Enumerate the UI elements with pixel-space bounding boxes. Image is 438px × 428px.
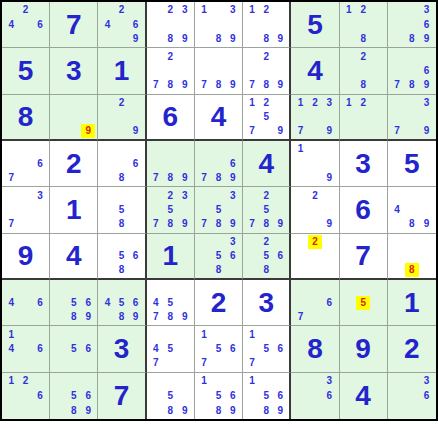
candidate-digit: 2	[23, 5, 29, 15]
candidate-digit: 6	[37, 391, 43, 401]
candidate-digit: 9	[230, 173, 236, 183]
cell-r2c3[interactable]: 1	[98, 48, 146, 94]
candidate-grid: 67	[293, 281, 336, 324]
candidate-grid: 2389	[149, 3, 192, 46]
candidate-digit: 3	[37, 191, 43, 201]
candidate-digit: 8	[167, 312, 173, 322]
cell-r1c3[interactable]: 2469	[98, 2, 146, 48]
cell-r3c6[interactable]: 12579	[243, 95, 291, 141]
cell-r7c1[interactable]: 46	[2, 280, 50, 326]
cell-r3c8[interactable]: 12	[340, 95, 388, 141]
cell-r4c1[interactable]: 67	[2, 141, 50, 187]
candidate-digit: 9	[230, 80, 236, 90]
candidate-digit: 7	[394, 126, 400, 136]
candidate-grid: 457	[149, 327, 192, 370]
candidate-digit: 6	[37, 298, 43, 308]
cell-r6c8[interactable]: 7	[340, 234, 388, 280]
candidate-grid: 12379	[293, 96, 336, 138]
cell-r7c7[interactable]: 67	[291, 280, 339, 326]
candidate-digit: 8	[263, 265, 269, 275]
cell-value: 2	[404, 335, 420, 363]
candidate-digit: 3	[230, 237, 236, 247]
candidate-digit: 9	[278, 406, 284, 416]
cell-r6c3[interactable]: 568	[98, 234, 146, 280]
candidate-grid: 589	[149, 374, 192, 418]
candidate-digit: 2	[167, 52, 173, 62]
cell-r6c2[interactable]: 4	[50, 234, 98, 280]
cell-value: 3	[258, 289, 274, 317]
candidate-grid: 29	[100, 96, 142, 138]
candidate-digit: 1	[201, 330, 207, 340]
cell-value: 8	[18, 103, 34, 131]
candidate-grid: 56	[52, 327, 95, 370]
candidate-digit: 1	[201, 5, 207, 15]
cell-r3c3[interactable]: 29	[98, 95, 146, 141]
candidate-digit: 6	[133, 20, 139, 30]
candidate-digit: 9	[424, 126, 430, 136]
candidate-digit: 7	[201, 358, 207, 368]
candidate-digit: 8	[167, 219, 173, 229]
candidate-digit: 6	[230, 159, 236, 169]
candidate-digit: 1	[346, 5, 352, 15]
candidate-grid: 29	[293, 188, 336, 231]
cell-r8c9[interactable]: 2	[388, 326, 436, 372]
cell-r8c7[interactable]: 8	[291, 326, 339, 372]
candidate-digit: 4	[105, 20, 111, 30]
cell-r2c2[interactable]: 3	[50, 48, 98, 94]
cell-value: 2	[211, 289, 227, 317]
cell-r3c5[interactable]: 4	[195, 95, 243, 141]
cell-r4c5[interactable]: 6789	[195, 141, 243, 187]
candidate-digit: 7	[249, 126, 255, 136]
candidate-digit: 6	[424, 66, 430, 76]
candidate-digit: 3	[182, 5, 188, 15]
candidate-digit: 7	[394, 80, 400, 90]
candidate-digit: 2	[312, 98, 318, 108]
cell-r8c5[interactable]: 1567	[195, 326, 243, 372]
cell-r3c2[interactable]: 9	[50, 95, 98, 141]
cell-r1c9[interactable]: 3689	[388, 2, 436, 48]
candidate-digit: 2	[119, 98, 125, 108]
cell-r2c4[interactable]: 2789	[147, 48, 195, 94]
cell-value: 4	[66, 242, 82, 270]
candidate-grid: 2	[293, 235, 336, 277]
cell-value: 4	[307, 57, 323, 85]
candidate-grid: 1289	[245, 3, 287, 46]
cell-r4c7[interactable]: 19	[291, 141, 339, 187]
candidate-digit: 1	[249, 98, 255, 108]
candidate-digit: 6	[327, 298, 333, 308]
candidate-grid: 568	[100, 235, 142, 277]
cell-r9c5[interactable]: 15689	[195, 373, 243, 419]
candidate-digit: 4	[8, 344, 14, 354]
candidate-digit: 3	[424, 5, 430, 15]
cell-r4c8[interactable]: 3	[340, 141, 388, 187]
cell-r3c9[interactable]: 379	[388, 95, 436, 141]
candidate-grid: 3568	[197, 235, 240, 277]
candidate-digit: 2	[167, 5, 173, 15]
cell-r7c9[interactable]: 1	[388, 280, 436, 326]
candidate-digit: 2	[263, 98, 269, 108]
candidate-digit: 3	[182, 191, 188, 201]
candidate-grid: 15689	[197, 374, 240, 418]
candidate-grid: 2789	[149, 49, 192, 92]
cell-value: 3	[66, 57, 82, 85]
candidate-digit: 9	[327, 126, 333, 136]
cell-r2c9[interactable]: 6789	[388, 48, 436, 94]
cell-r1c8[interactable]: 128	[340, 2, 388, 48]
candidate-digit: 2	[360, 52, 366, 62]
candidate-digit: 6	[85, 391, 91, 401]
cell-r8c4[interactable]: 457	[147, 326, 195, 372]
candidate-digit: 3	[424, 376, 430, 386]
cell-r5c2[interactable]: 1	[50, 187, 98, 233]
candidate-digit: 2	[119, 5, 125, 15]
candidate-digit: 5	[119, 251, 125, 261]
cell-r9c6[interactable]: 15689	[243, 373, 291, 419]
cell-r1c6[interactable]: 1289	[243, 2, 291, 48]
candidate-digit: 4	[8, 20, 14, 30]
cell-value: 6	[162, 103, 178, 131]
cell-r9c7[interactable]: 36	[291, 373, 339, 419]
cell-r3c4[interactable]: 6	[147, 95, 195, 141]
cell-r4c2[interactable]: 2	[50, 141, 98, 187]
cell-r9c1[interactable]: 126	[2, 373, 50, 419]
candidate-grid: 6789	[197, 142, 240, 185]
cell-value: 7	[114, 382, 130, 410]
candidate-grid: 36	[293, 374, 336, 418]
candidate-digit: 1	[8, 330, 14, 340]
candidate-digit: 5	[167, 344, 173, 354]
candidate-digit: 8	[216, 80, 222, 90]
candidate-digit: 6	[230, 344, 236, 354]
candidate-grid: 379	[390, 96, 434, 138]
candidate-digit: 9	[182, 312, 188, 322]
candidate-grid: 235789	[149, 188, 192, 231]
cell-r6c5[interactable]: 3568	[195, 234, 243, 280]
candidate-digit: 9	[182, 406, 188, 416]
candidate-digit: 6	[37, 159, 43, 169]
candidate-digit: 5	[263, 205, 269, 215]
candidate-digit: 6	[424, 20, 430, 30]
candidate-digit: 6	[85, 298, 91, 308]
cell-r5c7[interactable]: 29	[291, 187, 339, 233]
candidate-digit: 6	[133, 159, 139, 169]
candidate-digit: 8	[409, 80, 415, 90]
candidate-digit: 8	[263, 80, 269, 90]
cell-r5c1[interactable]: 37	[2, 187, 50, 233]
cell-r7c3[interactable]: 45689	[98, 280, 146, 326]
highlighted-candidate: 2	[308, 235, 322, 249]
candidate-grid: 3689	[390, 3, 434, 46]
candidate-digit: 5	[216, 344, 222, 354]
cell-r9c9[interactable]: 36	[388, 373, 436, 419]
candidate-digit: 9	[327, 173, 333, 183]
candidate-grid: 2568	[245, 235, 287, 277]
cell-r2c8[interactable]: 28	[340, 48, 388, 94]
cell-r8c1[interactable]: 146	[2, 326, 50, 372]
candidate-digit: 9	[133, 34, 139, 44]
candidate-digit: 9	[278, 219, 284, 229]
cell-r5c6[interactable]: 25789	[243, 187, 291, 233]
candidate-digit: 5	[263, 344, 269, 354]
candidate-digit: 1	[8, 376, 14, 386]
cell-r8c3[interactable]: 3	[98, 326, 146, 372]
highlighted-candidate: 8	[405, 263, 419, 277]
candidate-digit: 3	[327, 376, 333, 386]
candidate-digit: 2	[263, 191, 269, 201]
candidate-digit: 7	[153, 312, 159, 322]
cell-r8c8[interactable]: 9	[340, 326, 388, 372]
candidate-digit: 6	[278, 391, 284, 401]
cell-r9c2[interactable]: 5689	[50, 373, 98, 419]
cell-value: 4	[355, 382, 371, 410]
candidate-digit: 9	[133, 312, 139, 322]
cell-r5c4[interactable]: 235789	[147, 187, 195, 233]
candidate-grid: 5689	[52, 374, 95, 418]
candidate-digit: 7	[201, 219, 207, 229]
candidate-digit: 2	[263, 52, 269, 62]
candidate-grid: 12579	[245, 96, 287, 138]
candidate-digit: 5	[216, 391, 222, 401]
cell-value: 1	[66, 196, 82, 224]
candidate-digit: 6	[424, 391, 430, 401]
cell-r3c7[interactable]: 12379	[291, 95, 339, 141]
cell-r9c4[interactable]: 589	[147, 373, 195, 419]
candidate-digit: 4	[153, 298, 159, 308]
candidate-digit: 6	[37, 344, 43, 354]
cell-r9c8[interactable]: 4	[340, 373, 388, 419]
candidate-digit: 9	[182, 219, 188, 229]
cell-r1c1[interactable]: 246	[2, 2, 50, 48]
cell-r5c3[interactable]: 58	[98, 187, 146, 233]
candidate-digit: 6	[327, 391, 333, 401]
candidate-digit: 5	[167, 391, 173, 401]
candidate-digit: 8	[360, 80, 366, 90]
cell-r5c8[interactable]: 6	[340, 187, 388, 233]
candidate-digit: 4	[8, 298, 14, 308]
candidate-digit: 4	[394, 205, 400, 215]
candidate-grid: 5	[342, 281, 385, 324]
candidate-digit: 8	[263, 406, 269, 416]
cell-r8c2[interactable]: 56	[50, 326, 98, 372]
cell-r3c1[interactable]: 8	[2, 95, 50, 141]
candidate-grid: 37	[4, 188, 47, 231]
highlighted-candidate: 9	[81, 124, 95, 138]
candidate-digit: 8	[167, 173, 173, 183]
candidate-digit: 2	[312, 191, 318, 201]
cell-r6c7[interactable]: 2	[291, 234, 339, 280]
cell-r2c5[interactable]: 789	[195, 48, 243, 94]
candidate-digit: 7	[201, 80, 207, 90]
candidate-digit: 5	[216, 251, 222, 261]
cell-r2c6[interactable]: 2789	[243, 48, 291, 94]
candidate-digit: 7	[153, 219, 159, 229]
candidate-digit: 9	[182, 80, 188, 90]
candidate-digit: 7	[298, 126, 304, 136]
candidate-grid: 12	[342, 96, 385, 138]
cell-value: 5	[307, 11, 323, 39]
candidate-digit: 8	[409, 219, 415, 229]
candidate-digit: 4	[153, 344, 159, 354]
candidate-digit: 9	[327, 219, 333, 229]
cell-r7c5[interactable]: 2	[195, 280, 243, 326]
cell-value: 2	[66, 150, 82, 178]
candidate-digit: 7	[298, 312, 304, 322]
candidate-digit: 8	[409, 34, 415, 44]
candidate-digit: 9	[278, 126, 284, 136]
candidate-digit: 1	[346, 98, 352, 108]
cell-value: 9	[18, 242, 34, 270]
candidate-digit: 5	[263, 112, 269, 122]
candidate-digit: 9	[278, 80, 284, 90]
cell-r1c5[interactable]: 1389	[195, 2, 243, 48]
cell-value: 1	[162, 242, 178, 270]
candidate-digit: 8	[167, 406, 173, 416]
candidate-digit: 7	[249, 358, 255, 368]
candidate-digit: 6	[230, 251, 236, 261]
candidate-digit: 5	[167, 298, 173, 308]
cell-r1c4[interactable]: 2389	[147, 2, 195, 48]
candidate-digit: 3	[230, 5, 236, 15]
cell-r5c5[interactable]: 35789	[195, 187, 243, 233]
candidate-digit: 1	[249, 330, 255, 340]
candidate-grid: 15689	[245, 374, 287, 418]
candidate-grid: 146	[4, 327, 47, 370]
cell-value: 9	[355, 335, 371, 363]
cell-r2c1[interactable]: 5	[2, 48, 50, 94]
cell-r1c7[interactable]: 5	[291, 2, 339, 48]
cell-r4c4[interactable]: 789	[147, 141, 195, 187]
highlighted-candidate: 5	[356, 296, 370, 310]
candidate-digit: 9	[85, 406, 91, 416]
cell-value: 5	[18, 57, 34, 85]
cell-r7c8[interactable]: 5	[340, 280, 388, 326]
candidate-digit: 3	[230, 191, 236, 201]
cell-r7c2[interactable]: 5689	[50, 280, 98, 326]
candidate-grid: 36	[390, 374, 434, 418]
candidate-digit: 1	[249, 5, 255, 15]
cell-value: 6	[355, 196, 371, 224]
candidate-digit: 8	[216, 219, 222, 229]
candidate-digit: 1	[298, 98, 304, 108]
candidate-grid: 789	[149, 142, 192, 185]
cell-r7c4[interactable]: 45789	[147, 280, 195, 326]
cell-r6c1[interactable]: 9	[2, 234, 50, 280]
candidate-grid: 9	[52, 96, 95, 138]
candidate-digit: 9	[230, 34, 236, 44]
candidate-digit: 6	[230, 391, 236, 401]
candidate-grid: 246	[4, 3, 47, 46]
candidate-digit: 6	[85, 344, 91, 354]
candidate-digit: 2	[360, 98, 366, 108]
candidate-grid: 45789	[149, 281, 192, 324]
candidate-digit: 2	[360, 5, 366, 15]
candidate-digit: 6	[37, 20, 43, 30]
candidate-digit: 6	[278, 251, 284, 261]
candidate-digit: 7	[249, 219, 255, 229]
candidate-digit: 8	[119, 219, 125, 229]
cell-r4c6[interactable]: 4	[243, 141, 291, 187]
cell-r2c7[interactable]: 4	[291, 48, 339, 94]
candidate-digit: 8	[119, 265, 125, 275]
candidate-digit: 2	[167, 191, 173, 201]
cell-r4c3[interactable]: 68	[98, 141, 146, 187]
cell-value: 7	[66, 11, 82, 39]
candidate-digit: 6	[278, 344, 284, 354]
candidate-grid: 789	[197, 49, 240, 92]
candidate-grid: 6789	[390, 49, 434, 92]
candidate-digit: 8	[71, 312, 77, 322]
candidate-digit: 7	[201, 173, 207, 183]
candidate-digit: 1	[298, 144, 304, 154]
candidate-digit: 9	[230, 219, 236, 229]
candidate-grid: 35789	[197, 188, 240, 231]
candidate-digit: 6	[133, 298, 139, 308]
sudoku-board: 2467246923891389128951283689531278978927…	[0, 0, 438, 421]
candidate-grid: 8	[390, 235, 434, 277]
candidate-digit: 9	[85, 312, 91, 322]
cell-r5c9[interactable]: 489	[388, 187, 436, 233]
cell-value: 5	[404, 150, 420, 178]
candidate-digit: 5	[119, 205, 125, 215]
candidate-digit: 3	[424, 98, 430, 108]
candidate-digit: 6	[133, 251, 139, 261]
candidate-digit: 7	[153, 173, 159, 183]
candidate-grid: 19	[293, 142, 336, 185]
candidate-digit: 8	[71, 406, 77, 416]
candidate-grid: 1389	[197, 3, 240, 46]
cell-r6c9[interactable]: 8	[388, 234, 436, 280]
candidate-digit: 5	[263, 251, 269, 261]
cell-r8c6[interactable]: 1567	[243, 326, 291, 372]
cell-r1c2[interactable]: 7	[50, 2, 98, 48]
candidate-digit: 8	[119, 312, 125, 322]
candidate-digit: 7	[153, 80, 159, 90]
candidate-grid: 2469	[100, 3, 142, 46]
candidate-digit: 2	[263, 5, 269, 15]
candidate-digit: 7	[153, 358, 159, 368]
candidate-digit: 8	[360, 34, 366, 44]
cell-r4c9[interactable]: 5	[388, 141, 436, 187]
candidate-grid: 46	[4, 281, 47, 324]
candidate-digit: 9	[230, 406, 236, 416]
candidate-digit: 5	[119, 298, 125, 308]
candidate-digit: 2	[263, 237, 269, 247]
cell-value: 3	[355, 150, 371, 178]
cell-r6c4[interactable]: 1	[147, 234, 195, 280]
candidate-digit: 3	[327, 98, 333, 108]
candidate-digit: 9	[182, 34, 188, 44]
candidate-digit: 8	[216, 34, 222, 44]
candidate-grid: 1567	[197, 327, 240, 370]
candidate-digit: 9	[424, 219, 430, 229]
candidate-digit: 7	[8, 219, 14, 229]
candidate-digit: 8	[119, 173, 125, 183]
candidate-digit: 8	[216, 265, 222, 275]
candidate-digit: 8	[167, 34, 173, 44]
candidate-grid: 28	[342, 49, 385, 92]
candidate-digit: 9	[278, 34, 284, 44]
cell-r7c6[interactable]: 3	[243, 280, 291, 326]
candidate-grid: 2789	[245, 49, 287, 92]
candidate-grid: 45689	[100, 281, 142, 324]
candidate-grid: 489	[390, 188, 434, 231]
cell-value: 4	[211, 103, 227, 131]
candidate-grid: 126	[4, 374, 47, 418]
cell-r6c6[interactable]: 2568	[243, 234, 291, 280]
cell-r9c3[interactable]: 7	[98, 373, 146, 419]
